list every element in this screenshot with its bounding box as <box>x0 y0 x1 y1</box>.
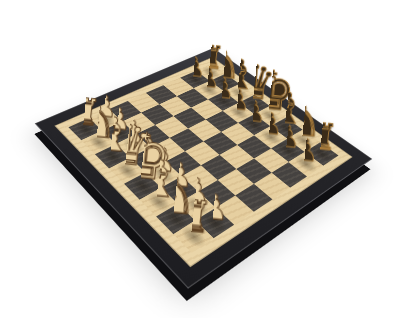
black-pawn: ♟ <box>193 55 196 80</box>
board-perspective-wrap: ♜♞♝♛♚♝♞♜♟♟♟♟♟♟♟♟♟♟♟♟♟♟♟♟♜♞♝♛♚♝♞♜ <box>0 0 400 318</box>
black-pawn: ♟ <box>236 87 239 114</box>
board-grid: ♜♞♝♛♚♝♞♜♟♟♟♟♟♟♟♟♟♟♟♟♟♟♟♟♜♞♝♛♚♝♞♜ <box>68 64 338 253</box>
black-pawn: ♟ <box>269 110 272 138</box>
square-h1[interactable]: ♜ <box>173 221 213 253</box>
black-pawn: ♟ <box>221 75 224 102</box>
black-pawn: ♟ <box>252 98 255 126</box>
board-maple-border: ♜♞♝♛♚♝♞♜♟♟♟♟♟♟♟♟♟♟♟♟♟♟♟♟♜♞♝♛♚♝♞♜ <box>54 57 352 267</box>
black-pawn: ♟ <box>304 136 307 166</box>
board-outer-frame: ♜♞♝♛♚♝♞♜♟♟♟♟♟♟♟♟♟♟♟♟♟♟♟♟♜♞♝♛♚♝♞♜ <box>35 48 373 289</box>
white-rook: ♜ <box>191 195 195 238</box>
chess-board: ♜♞♝♛♚♝♞♜♟♟♟♟♟♟♟♟♟♟♟♟♟♟♟♟♜♞♝♛♚♝♞♜ <box>35 48 373 289</box>
black-pawn: ♟ <box>286 123 289 152</box>
black-rook: ♜ <box>320 119 324 155</box>
black-pawn: ♟ <box>207 65 210 91</box>
chess-set-photo: ♜♞♝♛♚♝♞♜♟♟♟♟♟♟♟♟♟♟♟♟♟♟♟♟♜♞♝♛♚♝♞♜ <box>0 0 400 318</box>
